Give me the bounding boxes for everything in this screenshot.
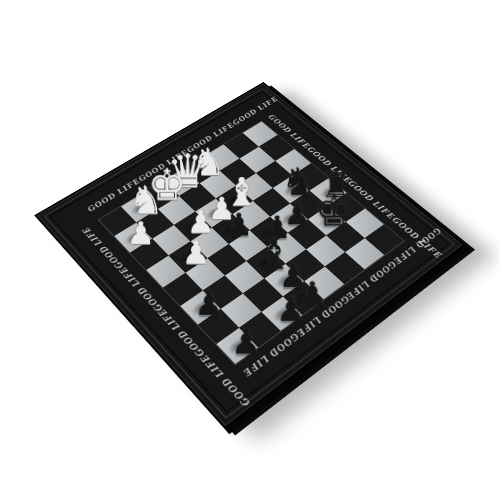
piece-shadow bbox=[315, 212, 340, 231]
piece-shadow bbox=[121, 228, 147, 247]
frame-brand-text: GOOD LIFE bbox=[197, 352, 252, 408]
piece-shadow bbox=[290, 288, 317, 309]
square-f4: ♟ bbox=[270, 203, 308, 232]
piece-shadow bbox=[316, 183, 340, 201]
piece-shadow bbox=[277, 209, 302, 228]
piece-shadow bbox=[127, 199, 152, 217]
chess-board: GOOD LIFEGOOD LIFEGOOD LIFEGOOD LIFE GOO… bbox=[34, 82, 465, 429]
product-photo-canvas: GOOD LIFEGOOD LIFEGOOD LIFEGOOD LIFE GOO… bbox=[0, 0, 500, 500]
play-area: ♞♚♛♞♟♟♟♝♟♟♞♟♟♜♟♝♚♟♟♟♟ bbox=[98, 121, 405, 366]
piece-shadow bbox=[202, 204, 227, 222]
piece-shadow bbox=[269, 303, 296, 325]
piece-shadow bbox=[218, 220, 243, 239]
piece-shadow bbox=[181, 217, 206, 236]
piece-shadow bbox=[253, 253, 279, 273]
square-a7: ♟ bbox=[114, 222, 152, 252]
piece-shadow bbox=[222, 191, 247, 209]
board-frame: GOOD LIFEGOOD LIFEGOOD LIFEGOOD LIFE GOO… bbox=[34, 82, 465, 429]
piece-shadow bbox=[175, 247, 201, 267]
piece-shadow bbox=[224, 335, 252, 358]
